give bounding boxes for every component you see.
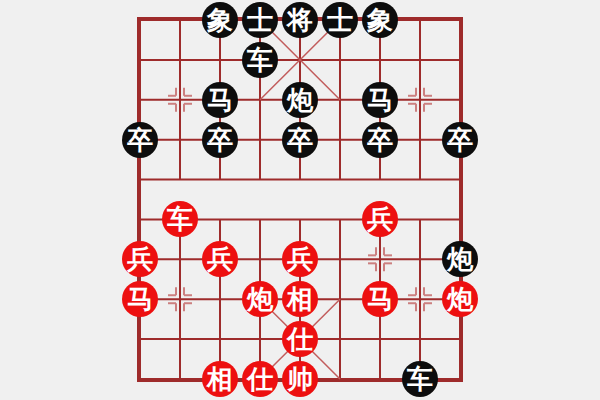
piece-black-chariot[interactable]: 车 xyxy=(242,42,278,78)
piece-red-general[interactable]: 帅 xyxy=(282,361,318,397)
piece-red-elephant[interactable]: 相 xyxy=(282,281,318,317)
piece-black-soldier[interactable]: 卒 xyxy=(282,122,318,158)
piece-black-soldier[interactable]: 卒 xyxy=(442,122,478,158)
piece-black-soldier[interactable]: 卒 xyxy=(122,122,158,158)
piece-black-soldier[interactable]: 卒 xyxy=(362,122,398,158)
piece-black-cannon[interactable]: 炮 xyxy=(282,82,318,118)
piece-red-cannon[interactable]: 炮 xyxy=(242,281,278,317)
piece-black-horse[interactable]: 马 xyxy=(362,82,398,118)
piece-black-general[interactable]: 将 xyxy=(282,2,318,38)
piece-black-chariot[interactable]: 车 xyxy=(402,361,438,397)
piece-red-elephant[interactable]: 相 xyxy=(202,361,238,397)
piece-red-soldier[interactable]: 兵 xyxy=(282,241,318,277)
piece-red-advisor[interactable]: 仕 xyxy=(282,321,318,357)
piece-red-soldier[interactable]: 兵 xyxy=(202,241,238,277)
pieces-layer: 象士将士象车马炮马卒卒卒卒卒炮车车兵兵兵兵马炮相马炮仕相仕帅 xyxy=(0,0,600,400)
piece-red-horse[interactable]: 马 xyxy=(122,281,158,317)
piece-red-cannon[interactable]: 炮 xyxy=(442,281,478,317)
piece-black-advisor[interactable]: 士 xyxy=(322,2,358,38)
piece-black-advisor[interactable]: 士 xyxy=(242,2,278,38)
piece-black-soldier[interactable]: 卒 xyxy=(202,122,238,158)
piece-black-horse[interactable]: 马 xyxy=(202,82,238,118)
piece-red-horse[interactable]: 马 xyxy=(362,281,398,317)
piece-red-soldier[interactable]: 兵 xyxy=(122,241,158,277)
xiangqi-board: 象士将士象车马炮马卒卒卒卒卒炮车车兵兵兵兵马炮相马炮仕相仕帅 xyxy=(0,0,600,400)
piece-red-soldier[interactable]: 兵 xyxy=(362,201,398,237)
piece-black-cannon[interactable]: 炮 xyxy=(442,241,478,277)
piece-black-elephant[interactable]: 象 xyxy=(202,2,238,38)
piece-red-advisor[interactable]: 仕 xyxy=(242,361,278,397)
piece-black-elephant[interactable]: 象 xyxy=(362,2,398,38)
piece-red-chariot[interactable]: 车 xyxy=(162,201,198,237)
